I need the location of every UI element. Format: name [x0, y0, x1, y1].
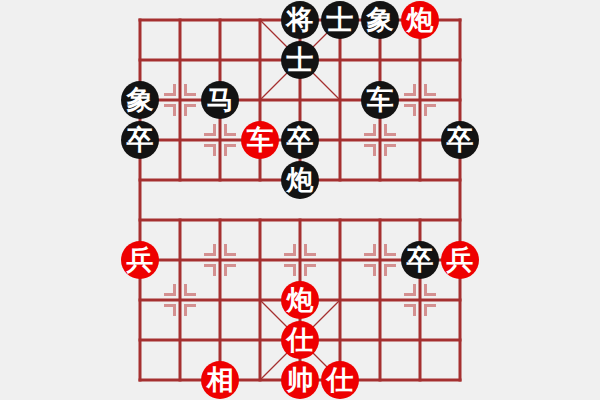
- piece-red-general[interactable]: 帅: [281, 361, 319, 399]
- piece-red-advisor[interactable]: 仕: [281, 321, 319, 359]
- piece-red-pawn[interactable]: 兵: [441, 241, 479, 279]
- piece-black-elephant[interactable]: 象: [361, 1, 399, 39]
- piece-grid: 将士象炮士象马车卒车卒卒炮兵卒兵炮仕相帅仕: [120, 0, 480, 400]
- piece-black-pawn[interactable]: 卒: [401, 241, 439, 279]
- piece-black-elephant[interactable]: 象: [121, 81, 159, 119]
- xiangqi-app: 将士象炮士象马车卒车卒卒炮兵卒兵炮仕相帅仕: [0, 0, 600, 400]
- piece-black-horse[interactable]: 马: [201, 81, 239, 119]
- piece-black-cannon[interactable]: 炮: [281, 161, 319, 199]
- piece-black-pawn[interactable]: 卒: [121, 121, 159, 159]
- piece-black-advisor[interactable]: 士: [281, 41, 319, 79]
- piece-red-advisor[interactable]: 仕: [321, 361, 359, 399]
- piece-red-cannon[interactable]: 炮: [401, 1, 439, 39]
- piece-black-pawn[interactable]: 卒: [281, 121, 319, 159]
- piece-black-general[interactable]: 将: [281, 1, 319, 39]
- piece-black-chariot[interactable]: 车: [361, 81, 399, 119]
- piece-red-cannon[interactable]: 炮: [281, 281, 319, 319]
- piece-black-pawn[interactable]: 卒: [441, 121, 479, 159]
- piece-black-advisor[interactable]: 士: [321, 1, 359, 39]
- piece-red-chariot[interactable]: 车: [241, 121, 279, 159]
- piece-red-elephant[interactable]: 相: [201, 361, 239, 399]
- piece-red-pawn[interactable]: 兵: [121, 241, 159, 279]
